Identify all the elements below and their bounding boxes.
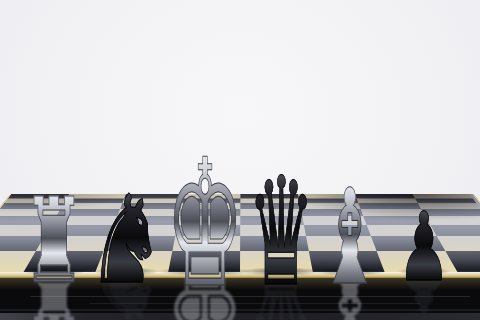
- square-a4: [0, 216, 56, 225]
- square-b5: [56, 209, 120, 216]
- square-h2: [436, 236, 480, 251]
- chess-photo-scene: ♜♜♞♞♚♚♛♛♝♝♟♟: [0, 0, 480, 320]
- square-e1: [240, 251, 312, 272]
- frame-streak: [0, 309, 480, 311]
- square-e3: [240, 225, 305, 236]
- frame-streak: [90, 303, 420, 304]
- square-e4: [240, 216, 303, 225]
- square-g2: [371, 236, 445, 251]
- square-b2: [35, 236, 109, 251]
- square-a5: [0, 209, 60, 216]
- square-f5: [300, 209, 363, 216]
- frame-bottom-edge: [0, 313, 480, 320]
- square-b1: [23, 251, 103, 272]
- square-h4: [425, 216, 480, 225]
- square-c4: [114, 216, 179, 225]
- square-c2: [104, 236, 175, 251]
- square-g3: [367, 225, 437, 236]
- square-b4: [51, 216, 118, 225]
- square-d3: [175, 225, 240, 236]
- square-e2: [240, 236, 308, 251]
- square-c5: [117, 209, 180, 216]
- square-f2: [306, 236, 377, 251]
- square-d5: [179, 209, 241, 216]
- square-b3: [44, 225, 114, 236]
- board-grid: [0, 194, 480, 272]
- frame-streak: [30, 296, 470, 297]
- square-d2: [172, 236, 240, 251]
- square-f4: [302, 216, 367, 225]
- square-f1: [308, 251, 384, 272]
- square-h3: [430, 225, 480, 236]
- square-d1: [168, 251, 240, 272]
- square-a3: [0, 225, 51, 236]
- square-c3: [110, 225, 178, 236]
- board-plane: [0, 194, 480, 273]
- square-g4: [363, 216, 429, 225]
- board-black-frame: [0, 278, 480, 320]
- square-g5: [361, 209, 425, 216]
- square-d4: [177, 216, 240, 225]
- square-c1: [95, 251, 171, 272]
- square-g1: [377, 251, 457, 272]
- square-h5: [421, 209, 480, 216]
- square-e5: [240, 209, 301, 216]
- frame-sheen: [0, 278, 480, 292]
- square-f3: [303, 225, 370, 236]
